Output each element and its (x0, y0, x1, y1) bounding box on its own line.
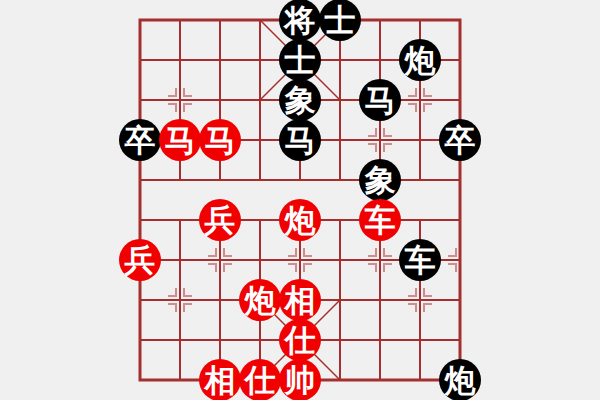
piece-red-cannon[interactable]: 炮 (239, 279, 281, 321)
piece-red-elephant[interactable]: 相 (199, 359, 241, 400)
piece-black-advisor[interactable]: 士 (279, 39, 321, 81)
piece-black-advisor[interactable]: 士 (319, 0, 361, 41)
piece-red-cannon[interactable]: 炮 (279, 199, 321, 241)
piece-red-soldier[interactable]: 兵 (119, 239, 161, 281)
piece-black-elephant[interactable]: 象 (279, 79, 321, 121)
piece-red-advisor[interactable]: 仕 (239, 359, 281, 400)
piece-red-chariot[interactable]: 车 (359, 199, 401, 241)
piece-red-general[interactable]: 帅 (279, 359, 321, 400)
piece-red-soldier[interactable]: 兵 (199, 199, 241, 241)
piece-red-elephant[interactable]: 相 (279, 279, 321, 321)
piece-red-horse[interactable]: 马 (199, 119, 241, 161)
piece-black-soldier[interactable]: 卒 (439, 119, 481, 161)
piece-red-advisor[interactable]: 仕 (279, 319, 321, 361)
piece-black-chariot[interactable]: 车 (399, 239, 441, 281)
piece-black-general[interactable]: 将 (279, 0, 321, 41)
piece-black-cannon[interactable]: 炮 (399, 39, 441, 81)
piece-black-elephant[interactable]: 象 (359, 159, 401, 201)
piece-black-cannon[interactable]: 炮 (439, 359, 481, 400)
piece-red-horse[interactable]: 马 (159, 119, 201, 161)
piece-black-horse[interactable]: 马 (279, 119, 321, 161)
xiangqi-board[interactable]: 将士士炮象马卒马马马卒象兵炮车兵车炮相仕相仕帅炮 (0, 0, 600, 400)
piece-black-soldier[interactable]: 卒 (119, 119, 161, 161)
piece-black-horse[interactable]: 马 (359, 79, 401, 121)
